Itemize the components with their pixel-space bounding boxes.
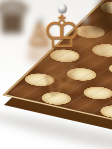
piece-light-king[interactable]: ♔ bbox=[40, 10, 84, 54]
scene: ♛♙♗♟♙♙♔♙♙♙ bbox=[0, 0, 112, 149]
piece-round-base bbox=[39, 72, 85, 118]
chrome-finial-icon bbox=[58, 4, 67, 13]
